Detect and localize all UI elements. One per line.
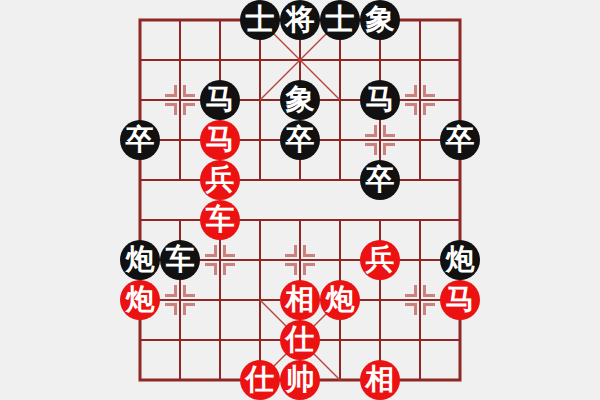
black-pawn[interactable]: 卒	[440, 120, 480, 160]
piece-glyph: 炮	[126, 245, 155, 274]
black-horse[interactable]: 马	[360, 80, 400, 120]
piece-glyph: 仕	[286, 325, 315, 354]
piece-glyph: 帅	[286, 365, 315, 394]
black-cannon[interactable]: 炮	[440, 240, 480, 280]
pieces-layer: 士将士象马象马卒马卒卒兵卒车炮车兵炮炮相炮马仕仕帅相	[120, 0, 480, 400]
piece-glyph: 车	[206, 205, 235, 234]
red-chariot[interactable]: 车	[200, 200, 240, 240]
red-horse[interactable]: 马	[440, 280, 480, 320]
piece-glyph: 兵	[206, 165, 235, 194]
piece-glyph: 马	[206, 85, 235, 114]
piece-glyph: 士	[326, 5, 355, 34]
piece-glyph: 马	[206, 125, 235, 154]
piece-glyph: 象	[286, 85, 315, 114]
black-general[interactable]: 将	[280, 0, 320, 40]
black-advisor[interactable]: 士	[240, 0, 280, 40]
piece-glyph: 卒	[286, 125, 315, 154]
black-pawn[interactable]: 卒	[360, 160, 400, 200]
piece-glyph: 兵	[366, 245, 395, 274]
black-pawn[interactable]: 卒	[280, 120, 320, 160]
piece-glyph: 炮	[326, 285, 355, 314]
piece-glyph: 卒	[446, 125, 475, 154]
piece-glyph: 马	[446, 285, 475, 314]
red-pawn[interactable]: 兵	[360, 240, 400, 280]
black-advisor[interactable]: 士	[320, 0, 360, 40]
piece-glyph: 车	[166, 245, 195, 274]
red-advisor[interactable]: 仕	[240, 360, 280, 400]
black-cannon[interactable]: 炮	[120, 240, 160, 280]
black-elephant[interactable]: 象	[280, 80, 320, 120]
red-pawn[interactable]: 兵	[200, 160, 240, 200]
piece-glyph: 相	[366, 365, 395, 394]
xiangqi-board: 士将士象马象马卒马卒卒兵卒车炮车兵炮炮相炮马仕仕帅相	[0, 0, 600, 400]
black-horse[interactable]: 马	[200, 80, 240, 120]
red-elephant[interactable]: 相	[360, 360, 400, 400]
piece-glyph: 仕	[246, 365, 275, 394]
piece-glyph: 马	[366, 85, 395, 114]
piece-glyph: 卒	[126, 125, 155, 154]
red-advisor[interactable]: 仕	[280, 320, 320, 360]
piece-glyph: 炮	[446, 245, 475, 274]
piece-glyph: 炮	[126, 285, 155, 314]
black-pawn[interactable]: 卒	[120, 120, 160, 160]
piece-glyph: 象	[366, 5, 395, 34]
red-general[interactable]: 帅	[280, 360, 320, 400]
red-elephant[interactable]: 相	[280, 280, 320, 320]
black-elephant[interactable]: 象	[360, 0, 400, 40]
red-cannon[interactable]: 炮	[120, 280, 160, 320]
piece-glyph: 卒	[366, 165, 395, 194]
red-horse[interactable]: 马	[200, 120, 240, 160]
red-cannon[interactable]: 炮	[320, 280, 360, 320]
piece-glyph: 士	[246, 5, 275, 34]
piece-glyph: 相	[286, 285, 315, 314]
black-chariot[interactable]: 车	[160, 240, 200, 280]
piece-glyph: 将	[286, 5, 315, 34]
